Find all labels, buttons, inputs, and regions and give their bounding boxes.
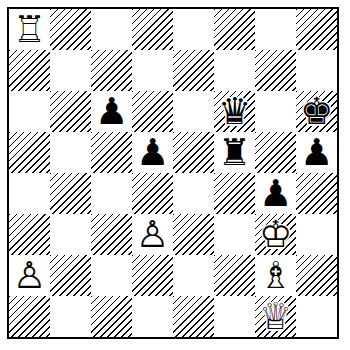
square-h1[interactable] [296, 296, 337, 337]
square-c6[interactable]: ♟ [91, 91, 132, 132]
square-h8[interactable] [296, 9, 337, 50]
square-f8[interactable] [214, 9, 255, 50]
square-g8[interactable] [255, 9, 296, 50]
square-d8[interactable] [132, 9, 173, 50]
square-e4[interactable] [173, 173, 214, 214]
square-c1[interactable] [91, 296, 132, 337]
square-e3[interactable] [173, 214, 214, 255]
square-e6[interactable] [173, 91, 214, 132]
square-c2[interactable] [91, 255, 132, 296]
square-g5[interactable] [255, 132, 296, 173]
square-c3[interactable] [91, 214, 132, 255]
square-d6[interactable] [132, 91, 173, 132]
square-b8[interactable] [50, 9, 91, 50]
square-g3[interactable]: ♔ [255, 214, 296, 255]
square-a5[interactable] [9, 132, 50, 173]
square-h6[interactable]: ♚ [296, 91, 337, 132]
piece-white-pawn: ♙ [13, 255, 46, 296]
square-c4[interactable] [91, 173, 132, 214]
square-a3[interactable] [9, 214, 50, 255]
piece-black-pawn: ♟ [136, 132, 169, 173]
piece-black-king: ♚ [300, 91, 333, 132]
square-h2[interactable] [296, 255, 337, 296]
chess-diagram-page: ♖♟♛♚♟♜♟♟♙♔♙♗♕ [0, 0, 350, 350]
square-c7[interactable] [91, 50, 132, 91]
square-b5[interactable] [50, 132, 91, 173]
square-h4[interactable] [296, 173, 337, 214]
square-c5[interactable] [91, 132, 132, 173]
chess-board: ♖♟♛♚♟♜♟♟♙♔♙♗♕ [7, 7, 339, 339]
piece-white-pawn: ♙ [136, 214, 169, 255]
square-d5[interactable]: ♟ [132, 132, 173, 173]
piece-black-pawn: ♟ [259, 173, 292, 214]
square-a7[interactable] [9, 50, 50, 91]
square-e8[interactable] [173, 9, 214, 50]
square-f4[interactable] [214, 173, 255, 214]
square-g2[interactable]: ♗ [255, 255, 296, 296]
square-g4[interactable]: ♟ [255, 173, 296, 214]
piece-white-queen: ♕ [259, 296, 292, 337]
piece-white-rook: ♖ [13, 9, 46, 50]
square-b4[interactable] [50, 173, 91, 214]
square-d7[interactable] [132, 50, 173, 91]
piece-black-pawn: ♟ [95, 91, 128, 132]
square-a1[interactable] [9, 296, 50, 337]
square-h5[interactable]: ♟ [296, 132, 337, 173]
square-f7[interactable] [214, 50, 255, 91]
square-a4[interactable] [9, 173, 50, 214]
square-g6[interactable] [255, 91, 296, 132]
piece-white-king: ♔ [259, 214, 292, 255]
square-c8[interactable] [91, 9, 132, 50]
square-b1[interactable] [50, 296, 91, 337]
square-a6[interactable] [9, 91, 50, 132]
piece-black-queen: ♛ [218, 91, 251, 132]
square-f5[interactable]: ♜ [214, 132, 255, 173]
square-a8[interactable]: ♖ [9, 9, 50, 50]
square-e7[interactable] [173, 50, 214, 91]
square-d1[interactable] [132, 296, 173, 337]
square-f2[interactable] [214, 255, 255, 296]
square-b3[interactable] [50, 214, 91, 255]
square-d4[interactable] [132, 173, 173, 214]
square-a2[interactable]: ♙ [9, 255, 50, 296]
square-b7[interactable] [50, 50, 91, 91]
square-f1[interactable] [214, 296, 255, 337]
square-f3[interactable] [214, 214, 255, 255]
square-f6[interactable]: ♛ [214, 91, 255, 132]
square-g7[interactable] [255, 50, 296, 91]
square-b2[interactable] [50, 255, 91, 296]
square-b6[interactable] [50, 91, 91, 132]
square-e1[interactable] [173, 296, 214, 337]
square-h3[interactable] [296, 214, 337, 255]
piece-white-bishop: ♗ [259, 255, 292, 296]
piece-black-rook: ♜ [218, 132, 251, 173]
square-h7[interactable] [296, 50, 337, 91]
square-e2[interactable] [173, 255, 214, 296]
square-d3[interactable]: ♙ [132, 214, 173, 255]
square-d2[interactable] [132, 255, 173, 296]
piece-black-pawn: ♟ [300, 132, 333, 173]
square-g1[interactable]: ♕ [255, 296, 296, 337]
square-e5[interactable] [173, 132, 214, 173]
